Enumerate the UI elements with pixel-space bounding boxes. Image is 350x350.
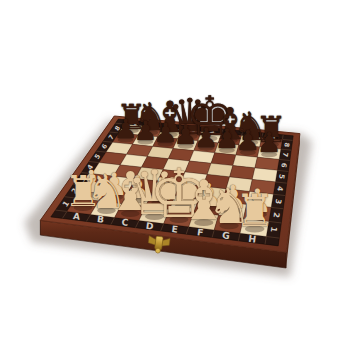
file-label-front-h: H (248, 233, 257, 245)
piece-shadow (202, 136, 217, 141)
piece-shadow (219, 222, 238, 229)
piece-shadow (182, 134, 197, 139)
file-label-front-a: A (73, 211, 81, 222)
piece-shadow (82, 191, 100, 197)
clasp-plate (155, 236, 164, 250)
piece-shadow (74, 204, 93, 211)
file-label-back-h: H (269, 132, 276, 141)
piece-shadow (124, 128, 139, 133)
piece-shadow (97, 207, 116, 214)
piece-shadow (138, 139, 154, 144)
file-label-back-f: F (230, 128, 235, 136)
piece-shadow (194, 219, 213, 226)
piece-shadow (118, 137, 133, 142)
clasp-knob (155, 248, 160, 253)
piece-shadow (163, 132, 178, 137)
piece-shadow (170, 216, 189, 223)
piece-shadow (245, 226, 265, 233)
file-label-back-b: B (151, 120, 157, 128)
piece-shadow (121, 210, 140, 217)
file-label-back-c: C (170, 122, 176, 130)
piece-shadow (261, 152, 277, 158)
file-label-back-a: A (133, 119, 139, 127)
piece-shadow (199, 205, 218, 212)
piece-shadow (128, 197, 146, 203)
chess-board: AABBCCDDEEFFGGHH1122334455667788 (0, 0, 350, 350)
chess-set-photo: AABBCCDDEEFFGGHH1122334455667788 ♜♞♝♛♚♝♞… (0, 0, 350, 350)
piece-shadow (240, 150, 256, 156)
piece-shadow (145, 213, 164, 220)
piece-shadow (219, 147, 235, 153)
file-label-front-b: B (97, 214, 105, 225)
file-label-front-g: G (222, 229, 231, 241)
piece-shadow (158, 141, 174, 147)
piece-shadow (198, 145, 214, 151)
piece-shadow (151, 200, 169, 206)
piece-shadow (248, 211, 267, 218)
piece-shadow (263, 142, 279, 148)
piece-shadow (243, 140, 259, 146)
piece-shadow (223, 208, 242, 215)
piece-shadow (175, 202, 193, 209)
file-label-front-f: F (196, 226, 204, 238)
piece-shadow (143, 130, 158, 135)
piece-shadow (178, 143, 194, 149)
file-label-back-g: G (249, 130, 255, 138)
piece-shadow (105, 194, 123, 200)
piece-shadow (222, 138, 237, 143)
